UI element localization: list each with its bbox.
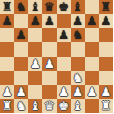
- square-c4[interactable]: ♟: [28, 57, 42, 71]
- square-d2[interactable]: [42, 85, 56, 99]
- square-f7[interactable]: ♟: [71, 14, 85, 28]
- black-bishop-icon[interactable]: ♝: [30, 1, 41, 13]
- black-pawn-icon[interactable]: ♟: [101, 15, 112, 27]
- chess-board: ♜♞♝♛♚♝♜♟♟♟♟♟♟♟♟♞♟♟♞♟♟♟♟♟♟♜♞♝♛♚♝♜: [0, 0, 113, 113]
- black-knight-icon[interactable]: ♞: [72, 29, 83, 41]
- square-g4[interactable]: [85, 57, 99, 71]
- black-pawn-icon[interactable]: ♟: [2, 15, 13, 27]
- square-c2[interactable]: [28, 85, 42, 99]
- white-pawn-icon[interactable]: ♟: [30, 57, 41, 69]
- square-b5[interactable]: [14, 42, 28, 56]
- square-e4[interactable]: [57, 57, 71, 71]
- square-e7[interactable]: [57, 14, 71, 28]
- white-queen-icon[interactable]: ♛: [44, 99, 55, 111]
- square-g5[interactable]: [85, 42, 99, 56]
- white-rook-icon[interactable]: ♜: [101, 99, 112, 111]
- square-h2[interactable]: ♟: [99, 85, 113, 99]
- square-f4[interactable]: [71, 57, 85, 71]
- square-a7[interactable]: ♟: [0, 14, 14, 28]
- white-pawn-icon[interactable]: ♟: [2, 85, 13, 97]
- square-c7[interactable]: ♟: [28, 14, 42, 28]
- white-pawn-icon[interactable]: ♟: [16, 85, 27, 97]
- square-c3[interactable]: [28, 71, 42, 85]
- square-f1[interactable]: ♝: [71, 99, 85, 113]
- square-a6[interactable]: [0, 28, 14, 42]
- white-pawn-icon[interactable]: ♟: [101, 85, 112, 97]
- square-c5[interactable]: [28, 42, 42, 56]
- square-e6[interactable]: ♟: [57, 28, 71, 42]
- square-g2[interactable]: ♟: [85, 85, 99, 99]
- square-a1[interactable]: ♜: [0, 99, 14, 113]
- square-b2[interactable]: ♟: [14, 85, 28, 99]
- black-knight-icon[interactable]: ♞: [16, 1, 27, 13]
- square-h3[interactable]: [99, 71, 113, 85]
- white-pawn-icon[interactable]: ♟: [86, 85, 97, 97]
- square-f6[interactable]: ♞: [71, 28, 85, 42]
- square-e2[interactable]: ♟: [57, 85, 71, 99]
- square-e8[interactable]: ♚: [57, 0, 71, 14]
- square-h5[interactable]: [99, 42, 113, 56]
- square-h7[interactable]: ♟: [99, 14, 113, 28]
- square-b7[interactable]: [14, 14, 28, 28]
- square-g1[interactable]: [85, 99, 99, 113]
- black-pawn-icon[interactable]: ♟: [16, 29, 27, 41]
- black-pawn-icon[interactable]: ♟: [30, 15, 41, 27]
- square-g8[interactable]: [85, 0, 99, 14]
- square-h6[interactable]: [99, 28, 113, 42]
- black-pawn-icon[interactable]: ♟: [86, 15, 97, 27]
- black-bishop-icon[interactable]: ♝: [72, 1, 83, 13]
- square-e3[interactable]: [57, 71, 71, 85]
- square-d6[interactable]: [42, 28, 56, 42]
- black-pawn-icon[interactable]: ♟: [44, 15, 55, 27]
- square-e1[interactable]: ♚: [57, 99, 71, 113]
- square-h8[interactable]: ♜: [99, 0, 113, 14]
- black-rook-icon[interactable]: ♜: [101, 1, 112, 13]
- square-g6[interactable]: [85, 28, 99, 42]
- white-knight-icon[interactable]: ♞: [72, 71, 83, 83]
- square-f5[interactable]: [71, 42, 85, 56]
- square-c8[interactable]: ♝: [28, 0, 42, 14]
- square-b3[interactable]: [14, 71, 28, 85]
- white-pawn-icon[interactable]: ♟: [58, 85, 69, 97]
- white-rook-icon[interactable]: ♜: [2, 99, 13, 111]
- square-b8[interactable]: ♞: [14, 0, 28, 14]
- white-bishop-icon[interactable]: ♝: [30, 99, 41, 111]
- square-d8[interactable]: ♛: [42, 0, 56, 14]
- square-c6[interactable]: [28, 28, 42, 42]
- square-e5[interactable]: [57, 42, 71, 56]
- square-b4[interactable]: [14, 57, 28, 71]
- square-d5[interactable]: [42, 42, 56, 56]
- square-g7[interactable]: ♟: [85, 14, 99, 28]
- square-c1[interactable]: ♝: [28, 99, 42, 113]
- square-b6[interactable]: ♟: [14, 28, 28, 42]
- square-d7[interactable]: ♟: [42, 14, 56, 28]
- square-b1[interactable]: ♞: [14, 99, 28, 113]
- white-pawn-icon[interactable]: ♟: [44, 57, 55, 69]
- square-d4[interactable]: ♟: [42, 57, 56, 71]
- black-king-icon[interactable]: ♚: [58, 1, 69, 13]
- square-a3[interactable]: [0, 71, 14, 85]
- black-queen-icon[interactable]: ♛: [44, 1, 55, 13]
- square-d3[interactable]: [42, 71, 56, 85]
- square-h1[interactable]: ♜: [99, 99, 113, 113]
- black-pawn-icon[interactable]: ♟: [58, 29, 69, 41]
- square-f8[interactable]: ♝: [71, 0, 85, 14]
- square-d1[interactable]: ♛: [42, 99, 56, 113]
- square-a2[interactable]: ♟: [0, 85, 14, 99]
- white-knight-icon[interactable]: ♞: [16, 99, 27, 111]
- square-f2[interactable]: ♟: [71, 85, 85, 99]
- square-a5[interactable]: [0, 42, 14, 56]
- square-a4[interactable]: [0, 57, 14, 71]
- white-bishop-icon[interactable]: ♝: [72, 99, 83, 111]
- white-king-icon[interactable]: ♚: [58, 99, 69, 111]
- square-a8[interactable]: ♜: [0, 0, 14, 14]
- black-rook-icon[interactable]: ♜: [2, 1, 13, 13]
- black-pawn-icon[interactable]: ♟: [72, 15, 83, 27]
- square-f3[interactable]: ♞: [71, 71, 85, 85]
- square-h4[interactable]: [99, 57, 113, 71]
- white-pawn-icon[interactable]: ♟: [72, 85, 83, 97]
- square-g3[interactable]: [85, 71, 99, 85]
